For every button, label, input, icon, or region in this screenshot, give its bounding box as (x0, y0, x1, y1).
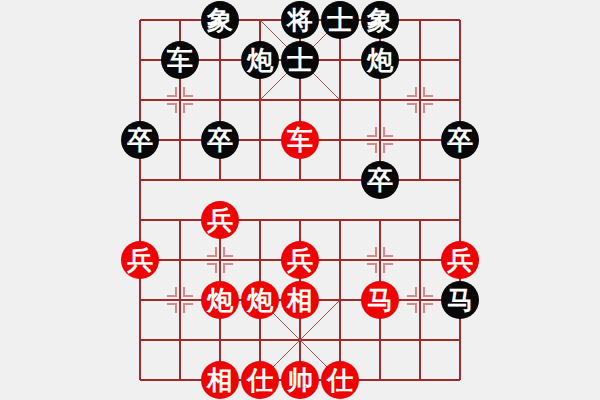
xiangqi-board: 象将士象车炮士炮卒卒卒车卒兵兵兵兵炮炮相马马相仕帅仕 (0, 0, 600, 400)
piece-black-soldier-2[interactable]: 卒 (201, 121, 239, 159)
piece-black-advisor-1[interactable]: 士 (321, 1, 359, 39)
piece-red-elephant-1[interactable]: 相 (281, 281, 319, 319)
piece-black-horse[interactable]: 马 (441, 281, 479, 319)
pieces-layer: 象将士象车炮士炮卒卒卒车卒兵兵兵兵炮炮相马马相仕帅仕 (120, 0, 480, 400)
piece-black-soldier-1[interactable]: 卒 (121, 121, 159, 159)
piece-black-general[interactable]: 将 (281, 1, 319, 39)
piece-red-soldier-4[interactable]: 兵 (441, 241, 479, 279)
piece-black-elephant-1[interactable]: 象 (201, 1, 239, 39)
piece-black-chariot[interactable]: 车 (161, 41, 199, 79)
piece-red-cannon-2[interactable]: 炮 (241, 281, 279, 319)
piece-red-elephant-2[interactable]: 相 (201, 361, 239, 399)
piece-black-cannon-1[interactable]: 炮 (241, 41, 279, 79)
piece-red-soldier-3[interactable]: 兵 (281, 241, 319, 279)
piece-black-advisor-2[interactable]: 士 (281, 41, 319, 79)
piece-red-soldier-2[interactable]: 兵 (121, 241, 159, 279)
piece-black-elephant-2[interactable]: 象 (361, 1, 399, 39)
piece-black-cannon-2[interactable]: 炮 (361, 41, 399, 79)
piece-red-soldier-1[interactable]: 兵 (201, 201, 239, 239)
piece-red-chariot[interactable]: 车 (281, 121, 319, 159)
piece-red-advisor-2[interactable]: 仕 (321, 361, 359, 399)
piece-black-soldier-3[interactable]: 卒 (441, 121, 479, 159)
piece-red-horse[interactable]: 马 (361, 281, 399, 319)
piece-black-soldier-4[interactable]: 卒 (361, 161, 399, 199)
piece-red-advisor-1[interactable]: 仕 (241, 361, 279, 399)
piece-red-general[interactable]: 帅 (281, 361, 319, 399)
piece-red-cannon-1[interactable]: 炮 (201, 281, 239, 319)
